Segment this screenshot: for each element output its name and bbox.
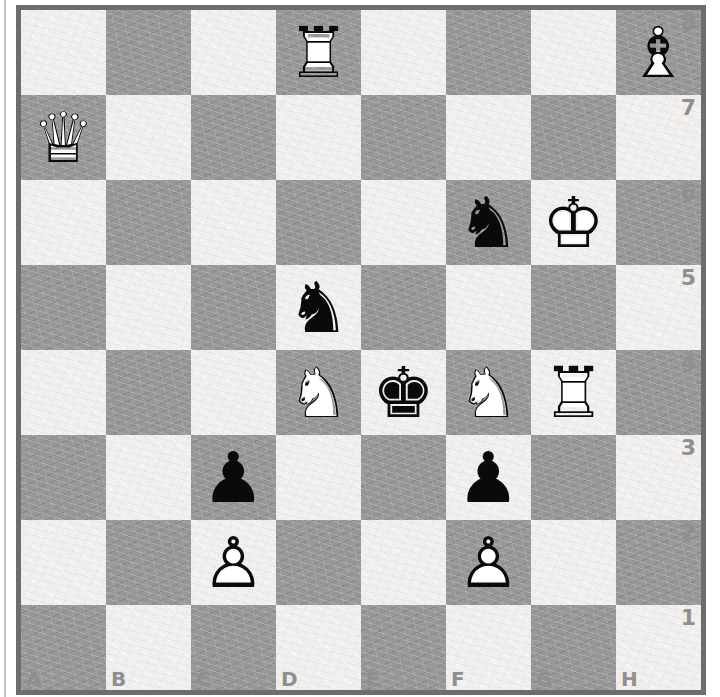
rank-label: 5 xyxy=(681,265,696,290)
square-e1[interactable]: E xyxy=(361,605,446,690)
file-label: E xyxy=(366,667,380,691)
square-h6[interactable]: 6 xyxy=(616,180,701,265)
square-c5[interactable] xyxy=(191,265,276,350)
square-g7[interactable] xyxy=(531,95,616,180)
piece-outline: ♘ xyxy=(287,358,350,428)
square-b5[interactable] xyxy=(106,265,191,350)
file-label: A xyxy=(26,667,41,691)
square-g6[interactable]: ♚♔ xyxy=(531,180,616,265)
square-d8[interactable]: ♜♖ xyxy=(276,10,361,95)
square-a5[interactable] xyxy=(21,265,106,350)
square-e8[interactable] xyxy=(361,10,446,95)
square-d2[interactable] xyxy=(276,520,361,605)
square-e4[interactable]: ♚ xyxy=(361,350,446,435)
file-label: B xyxy=(111,667,126,691)
piece-white-pawn[interactable]: ♟♙ xyxy=(191,520,276,605)
piece-white-knight[interactable]: ♞♘ xyxy=(446,350,531,435)
piece-outline: ♙ xyxy=(202,528,265,598)
square-h1[interactable]: 1H xyxy=(616,605,701,690)
square-g4[interactable]: ♜♖ xyxy=(531,350,616,435)
chess-board: ♜♖♝♗8♛♕7♞♚♔6♞5♞♘♚♞♘♜♖4♟♟3♟♙♟♙2ABCDEFG1H xyxy=(16,5,706,695)
square-a3[interactable] xyxy=(21,435,106,520)
square-c6[interactable] xyxy=(191,180,276,265)
piece-outline: ♔ xyxy=(542,188,605,258)
square-e6[interactable] xyxy=(361,180,446,265)
square-c2[interactable]: ♟♙ xyxy=(191,520,276,605)
square-a4[interactable] xyxy=(21,350,106,435)
piece-outline: ♕ xyxy=(32,103,95,173)
square-h5[interactable]: 5 xyxy=(616,265,701,350)
square-c1[interactable]: C xyxy=(191,605,276,690)
square-f4[interactable]: ♞♘ xyxy=(446,350,531,435)
piece-black-knight[interactable]: ♞ xyxy=(446,180,531,265)
square-d7[interactable] xyxy=(276,95,361,180)
square-f5[interactable] xyxy=(446,265,531,350)
square-f2[interactable]: ♟♙ xyxy=(446,520,531,605)
square-g8[interactable] xyxy=(531,10,616,95)
rank-label: 8 xyxy=(681,10,696,35)
square-e2[interactable] xyxy=(361,520,446,605)
square-f8[interactable] xyxy=(446,10,531,95)
piece-white-king[interactable]: ♚♔ xyxy=(531,180,616,265)
square-c7[interactable] xyxy=(191,95,276,180)
rank-label: 1 xyxy=(681,605,696,630)
rank-label: 6 xyxy=(681,180,696,205)
square-h2[interactable]: 2 xyxy=(616,520,701,605)
piece-white-rook[interactable]: ♜♖ xyxy=(531,350,616,435)
file-label: H xyxy=(621,667,638,691)
square-f6[interactable]: ♞ xyxy=(446,180,531,265)
square-c4[interactable] xyxy=(191,350,276,435)
piece-outline: ♖ xyxy=(542,358,605,428)
piece-white-queen[interactable]: ♛♕ xyxy=(21,95,106,180)
square-e3[interactable] xyxy=(361,435,446,520)
square-g1[interactable]: G xyxy=(531,605,616,690)
square-a1[interactable]: A xyxy=(21,605,106,690)
piece-white-knight[interactable]: ♞♘ xyxy=(276,350,361,435)
rank-label: 2 xyxy=(681,520,696,545)
square-d5[interactable]: ♞ xyxy=(276,265,361,350)
piece-black-king[interactable]: ♚ xyxy=(361,350,446,435)
square-b2[interactable] xyxy=(106,520,191,605)
rank-label: 7 xyxy=(681,95,696,120)
square-d1[interactable]: D xyxy=(276,605,361,690)
square-h4[interactable]: 4 xyxy=(616,350,701,435)
square-b4[interactable] xyxy=(106,350,191,435)
square-d4[interactable]: ♞♘ xyxy=(276,350,361,435)
square-a8[interactable] xyxy=(21,10,106,95)
square-h7[interactable]: 7 xyxy=(616,95,701,180)
square-h3[interactable]: 3 xyxy=(616,435,701,520)
square-a2[interactable] xyxy=(21,520,106,605)
square-d3[interactable] xyxy=(276,435,361,520)
rank-label: 4 xyxy=(681,350,696,375)
piece-white-pawn[interactable]: ♟♙ xyxy=(446,520,531,605)
square-b7[interactable] xyxy=(106,95,191,180)
file-label: G xyxy=(536,667,552,691)
square-b8[interactable] xyxy=(106,10,191,95)
piece-outline: ♙ xyxy=(457,528,520,598)
left-edge-line xyxy=(4,0,6,697)
square-f7[interactable] xyxy=(446,95,531,180)
square-f1[interactable]: F xyxy=(446,605,531,690)
square-e7[interactable] xyxy=(361,95,446,180)
square-e5[interactable] xyxy=(361,265,446,350)
square-g5[interactable] xyxy=(531,265,616,350)
square-f3[interactable]: ♟ xyxy=(446,435,531,520)
square-a6[interactable] xyxy=(21,180,106,265)
file-label: C xyxy=(196,667,211,691)
square-d6[interactable] xyxy=(276,180,361,265)
square-a7[interactable]: ♛♕ xyxy=(21,95,106,180)
square-b3[interactable] xyxy=(106,435,191,520)
piece-white-rook[interactable]: ♜♖ xyxy=(276,10,361,95)
piece-outline: ♘ xyxy=(457,358,520,428)
square-h8[interactable]: ♝♗8 xyxy=(616,10,701,95)
square-c8[interactable] xyxy=(191,10,276,95)
rank-label: 3 xyxy=(681,435,696,460)
file-label: D xyxy=(281,667,298,691)
square-g3[interactable] xyxy=(531,435,616,520)
piece-black-pawn[interactable]: ♟ xyxy=(446,435,531,520)
file-label: F xyxy=(451,667,465,691)
square-c3[interactable]: ♟ xyxy=(191,435,276,520)
square-b1[interactable]: B xyxy=(106,605,191,690)
piece-outline: ♖ xyxy=(287,18,350,88)
square-g2[interactable] xyxy=(531,520,616,605)
square-b6[interactable] xyxy=(106,180,191,265)
piece-black-pawn[interactable]: ♟ xyxy=(191,435,276,520)
piece-black-knight[interactable]: ♞ xyxy=(276,265,361,350)
